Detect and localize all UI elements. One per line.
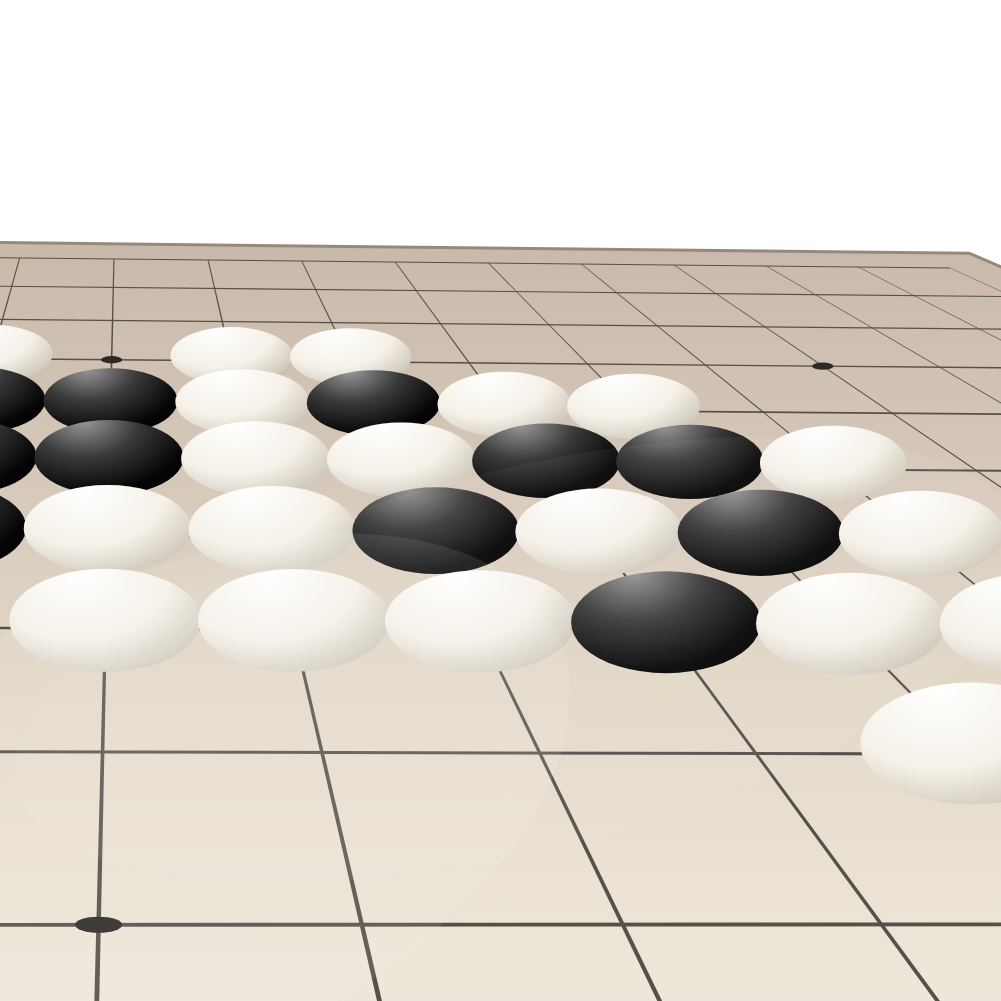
go-board-svg: ●●●●●●●●●●●●●●●●●●●●●●●●●●●●●● <box>0 0 1001 1001</box>
go-board-product-photo: ●●●●●●●●●●●●●●●●●●●●●●●●●●●●●● <box>0 0 1001 1001</box>
star-K10 <box>812 363 833 370</box>
